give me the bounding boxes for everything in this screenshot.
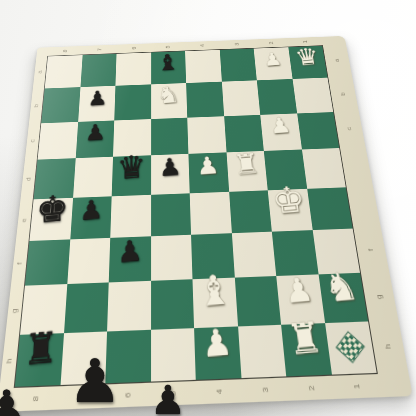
square-a1[interactable]: ♛ xyxy=(288,46,328,79)
rank-label: 3 xyxy=(253,374,278,411)
piece-bK-e8[interactable]: ♚ xyxy=(35,190,69,229)
square-e6[interactable] xyxy=(110,194,150,237)
knight-in-circle-icon: ♞ xyxy=(363,134,376,145)
piece-bP-f6[interactable]: ♟ xyxy=(117,236,144,267)
square-h8[interactable]: ♜ xyxy=(15,333,64,387)
square-h4[interactable]: ♟ xyxy=(194,326,241,380)
square-a7[interactable] xyxy=(80,54,116,88)
piece-wP-a2[interactable]: ♟ xyxy=(262,50,283,69)
piece-wN-g1[interactable]: ♞ xyxy=(321,267,362,309)
square-d4[interactable]: ♟ xyxy=(188,152,228,192)
piece-wR-h2[interactable]: ♜ xyxy=(284,316,325,361)
square-b3[interactable] xyxy=(221,81,260,116)
square-c2[interactable]: ♟ xyxy=(260,113,301,151)
chess-board: ♝♟♛♟♞♟♟♛♟♟♜♚♟♚♟♝♟♞♜♟♜ xyxy=(14,45,378,388)
piece-bP-c7[interactable]: ♟ xyxy=(85,122,106,145)
square-a6[interactable] xyxy=(115,53,150,87)
square-d6[interactable]: ♛ xyxy=(112,155,151,196)
square-e2[interactable]: ♚ xyxy=(268,188,313,231)
checkered-diamond-logo xyxy=(335,331,365,364)
captured-piece-bP[interactable]: ♟ xyxy=(68,352,122,412)
square-a2[interactable]: ♟ xyxy=(254,47,293,80)
square-c3[interactable] xyxy=(224,115,264,153)
square-a3[interactable] xyxy=(219,49,256,82)
piece-wQ-a1[interactable]: ♛ xyxy=(293,44,321,69)
piece-bQ-d6[interactable]: ♛ xyxy=(117,151,147,184)
square-b8[interactable] xyxy=(41,87,80,123)
square-d7[interactable] xyxy=(73,157,113,198)
square-c5[interactable] xyxy=(151,117,189,155)
square-g1[interactable]: ♞ xyxy=(318,273,368,323)
square-f7[interactable] xyxy=(67,238,110,285)
square-f8[interactable] xyxy=(25,239,70,286)
piece-wB-g4[interactable]: ♝ xyxy=(195,270,234,314)
square-a8[interactable] xyxy=(45,55,83,89)
square-g7[interactable] xyxy=(64,283,109,333)
square-b4[interactable] xyxy=(186,82,224,118)
square-f2[interactable] xyxy=(272,230,318,276)
piece-wK-e2[interactable]: ♚ xyxy=(270,181,308,219)
square-g3[interactable] xyxy=(234,276,281,326)
piece-wP-c2[interactable]: ♟ xyxy=(268,115,292,138)
square-e3[interactable] xyxy=(229,190,272,233)
piece-bP-b7[interactable]: ♟ xyxy=(87,88,107,109)
square-d3[interactable]: ♜ xyxy=(226,151,268,191)
square-b6[interactable] xyxy=(114,85,151,121)
piece-wP-g2[interactable]: ♟ xyxy=(282,273,315,309)
square-d1[interactable] xyxy=(302,148,346,188)
square-g5[interactable] xyxy=(151,279,194,329)
square-b5[interactable]: ♞ xyxy=(151,83,187,119)
piece-bR-h8[interactable]: ♜ xyxy=(22,326,58,372)
square-g4[interactable]: ♝ xyxy=(192,278,237,328)
square-b2[interactable] xyxy=(257,79,297,114)
square-f3[interactable] xyxy=(231,232,276,278)
piece-bP-d5[interactable]: ♟ xyxy=(158,155,182,180)
mat-layout: 87654321 abcdefgh ♝♟♛♟♞♟♟♛♟♟♜♚♟♚♟♝♟♞♜♟♜ … xyxy=(0,36,413,412)
rank-label: 8 xyxy=(59,37,71,56)
square-e5[interactable] xyxy=(151,193,191,236)
square-e7[interactable]: ♟ xyxy=(70,196,112,239)
square-b7[interactable]: ♟ xyxy=(78,86,116,122)
rank-label: 4 xyxy=(208,374,231,411)
square-h3[interactable] xyxy=(238,324,287,378)
square-c4[interactable] xyxy=(187,116,226,154)
square-e8[interactable]: ♚ xyxy=(29,197,72,240)
square-h1[interactable] xyxy=(325,321,377,375)
square-f6[interactable]: ♟ xyxy=(109,236,151,282)
photo-stage: 87654321 abcdefgh ♝♟♛♟♞♟♟♛♟♟♜♚♟♚♟♝♟♞♜♟♜ … xyxy=(0,0,416,416)
square-a5[interactable]: ♝ xyxy=(151,51,186,84)
square-a4[interactable] xyxy=(185,50,221,83)
square-g6[interactable] xyxy=(107,281,151,331)
square-c8[interactable] xyxy=(38,122,78,160)
piece-wP-d4[interactable]: ♟ xyxy=(196,154,221,179)
square-h5[interactable] xyxy=(151,328,196,382)
square-f5[interactable] xyxy=(151,235,193,281)
piece-wP-h4[interactable]: ♟ xyxy=(200,323,234,363)
rank-label: 2 xyxy=(298,374,325,411)
square-c7[interactable]: ♟ xyxy=(75,120,114,158)
vinyl-chess-mat: 87654321 abcdefgh ♝♟♛♟♞♟♟♛♟♟♜♚♟♚♟♝♟♞♜♟♜ … xyxy=(0,36,413,412)
square-d5[interactable]: ♟ xyxy=(151,154,190,194)
file-label: a xyxy=(21,67,47,78)
captured-piece-bP[interactable]: ♟ xyxy=(150,380,186,416)
square-e1[interactable] xyxy=(307,187,353,230)
square-h2[interactable]: ♜ xyxy=(281,323,331,377)
captured-piece-bP[interactable]: ♟ xyxy=(0,384,27,416)
square-e4[interactable] xyxy=(190,191,232,234)
piece-wN-b5[interactable]: ♞ xyxy=(156,83,181,108)
piece-wR-d3[interactable]: ♜ xyxy=(231,149,261,179)
file-label: a xyxy=(323,50,358,72)
rank-label: 1 xyxy=(343,374,371,411)
piece-bB-a5[interactable]: ♝ xyxy=(156,51,180,74)
piece-bP-e7[interactable]: ♟ xyxy=(79,196,103,224)
rank-label: 7 xyxy=(93,37,104,56)
square-b1[interactable] xyxy=(292,78,333,113)
square-c1[interactable] xyxy=(297,112,340,150)
